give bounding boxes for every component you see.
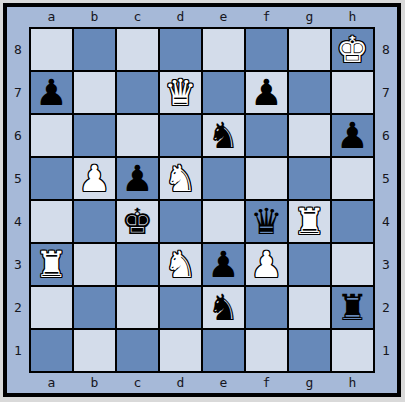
- rank-label-2: 2: [375, 300, 397, 315]
- black-rook-piece[interactable]: ♜: [336, 287, 368, 328]
- square-c8[interactable]: [117, 29, 158, 70]
- white-king-piece[interactable]: ♚: [336, 29, 368, 70]
- file-label-e: e: [203, 373, 244, 393]
- square-c4[interactable]: ♚: [117, 201, 158, 242]
- square-e1[interactable]: [203, 330, 244, 371]
- square-d7[interactable]: ♛: [160, 72, 201, 113]
- square-f1[interactable]: [246, 330, 287, 371]
- file-label-f: f: [246, 373, 287, 393]
- square-h2[interactable]: ♜: [332, 287, 373, 328]
- file-label-g: g: [289, 373, 330, 393]
- square-f2[interactable]: [246, 287, 287, 328]
- file-labels-bottom: abcdefgh: [29, 373, 375, 393]
- square-d4[interactable]: [160, 201, 201, 242]
- file-label-b: b: [74, 373, 115, 393]
- square-e6[interactable]: ♞: [203, 115, 244, 156]
- square-g1[interactable]: [289, 330, 330, 371]
- square-a3[interactable]: ♜: [31, 244, 72, 285]
- square-c6[interactable]: [117, 115, 158, 156]
- square-a1[interactable]: [31, 330, 72, 371]
- file-label-c: c: [117, 373, 158, 393]
- margin-corner-top-right: [375, 7, 397, 27]
- white-knight-piece[interactable]: ♞: [164, 244, 196, 285]
- square-c1[interactable]: [117, 330, 158, 371]
- square-g8[interactable]: [289, 29, 330, 70]
- black-pawn-piece[interactable]: ♟: [35, 72, 67, 113]
- square-b6[interactable]: [74, 115, 115, 156]
- square-a8[interactable]: [31, 29, 72, 70]
- rank-label-2: 2: [7, 300, 29, 315]
- square-d6[interactable]: [160, 115, 201, 156]
- square-h4[interactable]: [332, 201, 373, 242]
- rank-label-4: 4: [7, 214, 29, 229]
- square-b7[interactable]: [74, 72, 115, 113]
- square-e7[interactable]: [203, 72, 244, 113]
- margin-corner-bottom-right: [375, 373, 397, 393]
- file-label-h: h: [332, 373, 373, 393]
- rank-labels-left: 87654321: [7, 27, 29, 373]
- square-e2[interactable]: ♞: [203, 287, 244, 328]
- square-g6[interactable]: [289, 115, 330, 156]
- rank-label-1: 1: [375, 343, 397, 358]
- file-label-f: f: [246, 7, 287, 27]
- white-queen-piece[interactable]: ♛: [164, 72, 196, 113]
- square-f3[interactable]: ♟: [246, 244, 287, 285]
- square-e5[interactable]: [203, 158, 244, 199]
- square-b2[interactable]: [74, 287, 115, 328]
- square-b8[interactable]: [74, 29, 115, 70]
- rank-label-3: 3: [375, 257, 397, 272]
- square-f4[interactable]: ♛: [246, 201, 287, 242]
- square-a7[interactable]: ♟: [31, 72, 72, 113]
- square-g2[interactable]: [289, 287, 330, 328]
- rank-label-8: 8: [7, 42, 29, 57]
- square-e3[interactable]: ♟: [203, 244, 244, 285]
- black-knight-piece[interactable]: ♞: [207, 287, 239, 328]
- square-f5[interactable]: [246, 158, 287, 199]
- chessboard-frame: abcdefgh 87654321 ♚♟♛♟♞♟♟♟♞♚♛♜♜♞♟♟♞♜ 876…: [3, 3, 401, 397]
- black-knight-piece[interactable]: ♞: [207, 115, 239, 156]
- black-pawn-piece[interactable]: ♟: [207, 244, 239, 285]
- page-background: abcdefgh 87654321 ♚♟♛♟♞♟♟♟♞♚♛♜♜♞♟♟♞♜ 876…: [0, 0, 405, 400]
- square-f7[interactable]: ♟: [246, 72, 287, 113]
- rank-label-8: 8: [375, 42, 397, 57]
- square-d1[interactable]: [160, 330, 201, 371]
- square-h5[interactable]: [332, 158, 373, 199]
- square-b4[interactable]: [74, 201, 115, 242]
- square-e4[interactable]: [203, 201, 244, 242]
- file-label-d: d: [160, 7, 201, 27]
- rank-label-6: 6: [375, 128, 397, 143]
- square-g5[interactable]: [289, 158, 330, 199]
- chessboard: ♚♟♛♟♞♟♟♟♞♚♛♜♜♞♟♟♞♜: [29, 27, 375, 373]
- margin-corner-bottom-left: [7, 373, 29, 393]
- square-a4[interactable]: [31, 201, 72, 242]
- black-queen-piece[interactable]: ♛: [250, 201, 282, 242]
- square-h3[interactable]: [332, 244, 373, 285]
- square-g4[interactable]: ♜: [289, 201, 330, 242]
- square-f6[interactable]: [246, 115, 287, 156]
- margin-corner-top-left: [7, 7, 29, 27]
- square-d8[interactable]: [160, 29, 201, 70]
- file-label-g: g: [289, 7, 330, 27]
- rank-label-5: 5: [375, 171, 397, 186]
- file-label-a: a: [31, 373, 72, 393]
- square-b3[interactable]: [74, 244, 115, 285]
- square-a5[interactable]: [31, 158, 72, 199]
- rank-label-5: 5: [7, 171, 29, 186]
- white-pawn-piece[interactable]: ♟: [78, 158, 110, 199]
- file-label-d: d: [160, 373, 201, 393]
- rank-label-4: 4: [375, 214, 397, 229]
- rank-label-1: 1: [7, 343, 29, 358]
- file-labels-top: abcdefgh: [29, 7, 375, 27]
- square-c2[interactable]: [117, 287, 158, 328]
- board-margin: abcdefgh 87654321 ♚♟♛♟♞♟♟♟♞♚♛♜♜♞♟♟♞♜ 876…: [7, 7, 397, 393]
- white-knight-piece[interactable]: ♞: [164, 158, 196, 199]
- white-rook-piece[interactable]: ♜: [35, 244, 67, 285]
- square-a2[interactable]: [31, 287, 72, 328]
- square-a6[interactable]: [31, 115, 72, 156]
- square-g7[interactable]: [289, 72, 330, 113]
- rank-labels-right: 87654321: [375, 27, 397, 373]
- square-h7[interactable]: [332, 72, 373, 113]
- black-king-piece[interactable]: ♚: [121, 201, 153, 242]
- square-g3[interactable]: [289, 244, 330, 285]
- square-e8[interactable]: [203, 29, 244, 70]
- black-pawn-piece[interactable]: ♟: [250, 72, 282, 113]
- file-label-b: b: [74, 7, 115, 27]
- square-b5[interactable]: ♟: [74, 158, 115, 199]
- black-pawn-piece[interactable]: ♟: [121, 158, 153, 199]
- square-d2[interactable]: [160, 287, 201, 328]
- white-rook-piece[interactable]: ♜: [293, 201, 325, 242]
- square-h8[interactable]: ♚: [332, 29, 373, 70]
- rank-label-7: 7: [375, 85, 397, 100]
- black-pawn-piece[interactable]: ♟: [336, 115, 368, 156]
- square-h6[interactable]: ♟: [332, 115, 373, 156]
- rank-label-3: 3: [7, 257, 29, 272]
- square-h1[interactable]: [332, 330, 373, 371]
- square-d5[interactable]: ♞: [160, 158, 201, 199]
- square-c5[interactable]: ♟: [117, 158, 158, 199]
- square-b1[interactable]: [74, 330, 115, 371]
- square-f8[interactable]: [246, 29, 287, 70]
- rank-label-7: 7: [7, 85, 29, 100]
- file-label-a: a: [31, 7, 72, 27]
- square-d3[interactable]: ♞: [160, 244, 201, 285]
- white-pawn-piece[interactable]: ♟: [250, 244, 282, 285]
- rank-label-6: 6: [7, 128, 29, 143]
- file-label-c: c: [117, 7, 158, 27]
- square-c3[interactable]: [117, 244, 158, 285]
- file-label-h: h: [332, 7, 373, 27]
- square-c7[interactable]: [117, 72, 158, 113]
- file-label-e: e: [203, 7, 244, 27]
